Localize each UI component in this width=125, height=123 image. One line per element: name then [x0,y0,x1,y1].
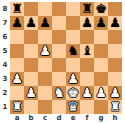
file-label-e: e [66,113,80,123]
rank-label-1: 1 [0,100,10,114]
square-b4[interactable] [24,58,38,72]
square-e5[interactable]: ♞ [66,44,80,58]
square-c5[interactable]: ♟ [38,44,52,58]
square-f8[interactable]: ♜ [80,2,94,16]
square-d5[interactable] [52,44,66,58]
chess-board: ♜♜♚♟♟♟♟♟♟♟♞♝♟♟♟♞♚♟♟♟♜♛♜ [10,2,122,114]
file-labels: abcdefgh [10,113,122,123]
square-e2[interactable]: ♚ [66,86,80,100]
square-a3[interactable]: ♟ [10,72,24,86]
square-b7[interactable]: ♟ [24,16,38,30]
square-e6[interactable] [66,30,80,44]
square-f1[interactable] [80,100,94,114]
square-e7[interactable] [66,16,80,30]
square-g7[interactable]: ♟ [94,16,108,30]
rank-label-7: 7 [0,16,10,30]
file-label-b: b [24,113,38,123]
piece-black-pawn: ♟ [11,16,23,30]
piece-white-rook: ♜ [109,100,121,114]
piece-black-knight: ♞ [67,44,79,58]
square-h8[interactable] [108,2,122,16]
piece-black-rook: ♜ [11,2,23,16]
square-e8[interactable] [66,2,80,16]
square-g3[interactable] [94,72,108,86]
square-c2[interactable] [38,86,52,100]
square-f3[interactable] [80,72,94,86]
piece-black-bishop: ♝ [81,44,93,58]
square-f5[interactable]: ♝ [80,44,94,58]
piece-black-pawn: ♟ [81,16,93,30]
square-c7[interactable]: ♟ [38,16,52,30]
square-d8[interactable] [52,2,66,16]
file-label-g: g [94,113,108,123]
square-e1[interactable]: ♛ [66,100,80,114]
square-g6[interactable] [94,30,108,44]
square-b6[interactable] [24,30,38,44]
piece-black-pawn: ♟ [39,16,51,30]
rank-label-8: 8 [0,2,10,16]
square-d4[interactable] [52,58,66,72]
square-g8[interactable]: ♚ [94,2,108,16]
piece-white-king: ♚ [67,86,79,100]
square-h4[interactable] [108,58,122,72]
square-c4[interactable] [38,58,52,72]
square-h7[interactable]: ♟ [108,16,122,30]
rank-label-6: 6 [0,30,10,44]
piece-white-pawn: ♟ [25,86,37,100]
square-h1[interactable]: ♜ [108,100,122,114]
square-a2[interactable] [10,86,24,100]
chess-board-diagram: 87654321 ♜♜♚♟♟♟♟♟♟♟♞♝♟♟♟♞♚♟♟♟♜♛♜ abcdefg… [0,0,125,123]
square-f6[interactable] [80,30,94,44]
square-h6[interactable] [108,30,122,44]
square-f7[interactable]: ♟ [80,16,94,30]
square-b8[interactable] [24,2,38,16]
square-a8[interactable]: ♜ [10,2,24,16]
square-a4[interactable] [10,58,24,72]
square-h5[interactable] [108,44,122,58]
square-g4[interactable] [94,58,108,72]
square-d2[interactable]: ♞ [52,86,66,100]
square-d6[interactable] [52,30,66,44]
square-g2[interactable]: ♟ [94,86,108,100]
square-d7[interactable] [52,16,66,30]
square-c8[interactable] [38,2,52,16]
piece-black-pawn: ♟ [109,16,121,30]
square-c1[interactable] [38,100,52,114]
piece-white-knight: ♞ [53,86,65,100]
file-label-h: h [108,113,122,123]
square-h3[interactable] [108,72,122,86]
square-c6[interactable] [38,30,52,44]
square-d1[interactable] [52,100,66,114]
piece-white-pawn: ♟ [67,72,79,86]
file-label-f: f [80,113,94,123]
rank-label-3: 3 [0,72,10,86]
piece-black-rook: ♜ [81,2,93,16]
square-c3[interactable] [38,72,52,86]
square-d3[interactable] [52,72,66,86]
rank-label-5: 5 [0,44,10,58]
file-label-c: c [38,113,52,123]
square-a7[interactable]: ♟ [10,16,24,30]
piece-black-king: ♚ [95,2,107,16]
piece-white-queen: ♛ [67,100,79,114]
square-h2[interactable]: ♟ [108,86,122,100]
file-label-d: d [52,113,66,123]
square-b2[interactable]: ♟ [24,86,38,100]
rank-label-4: 4 [0,58,10,72]
square-a6[interactable] [10,30,24,44]
rank-labels: 87654321 [0,2,10,114]
square-b3[interactable] [24,72,38,86]
piece-white-pawn: ♟ [39,44,51,58]
square-g1[interactable] [94,100,108,114]
piece-white-pawn: ♟ [81,86,93,100]
square-a5[interactable] [10,44,24,58]
square-e4[interactable] [66,58,80,72]
piece-white-pawn: ♟ [11,72,23,86]
square-a1[interactable]: ♜ [10,100,24,114]
square-f4[interactable] [80,58,94,72]
square-f2[interactable]: ♟ [80,86,94,100]
square-b1[interactable] [24,100,38,114]
square-e3[interactable]: ♟ [66,72,80,86]
piece-black-pawn: ♟ [25,16,37,30]
rank-label-2: 2 [0,86,10,100]
square-g5[interactable] [94,44,108,58]
file-label-a: a [10,113,24,123]
piece-white-rook: ♜ [11,100,23,114]
square-b5[interactable] [24,44,38,58]
piece-white-pawn: ♟ [95,86,107,100]
piece-black-pawn: ♟ [95,16,107,30]
piece-white-pawn: ♟ [109,86,121,100]
